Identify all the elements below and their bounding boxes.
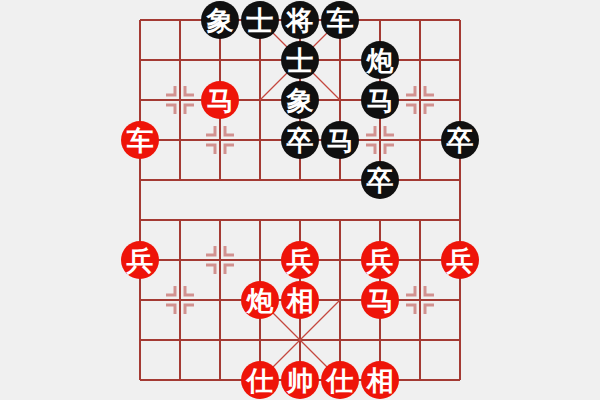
point-marker — [225, 246, 234, 255]
piece-red-horse[interactable]: 马 — [361, 281, 399, 319]
piece-red-soldier[interactable]: 兵 — [281, 241, 319, 279]
piece-black-advisor[interactable]: 士 — [241, 1, 279, 39]
piece-red-soldier[interactable]: 兵 — [121, 241, 159, 279]
point-marker — [385, 126, 394, 135]
piece-black-chariot[interactable]: 车 — [321, 1, 359, 39]
point-marker — [185, 105, 194, 114]
piece-black-horse[interactable]: 马 — [361, 81, 399, 119]
piece-red-advisor[interactable]: 仕 — [241, 361, 279, 399]
point-marker — [166, 305, 175, 314]
point-marker — [406, 86, 415, 95]
piece-red-chariot[interactable]: 车 — [121, 121, 159, 159]
piece-red-elephant[interactable]: 相 — [361, 361, 399, 399]
piece-red-elephant[interactable]: 相 — [281, 281, 319, 319]
piece-black-soldier[interactable]: 卒 — [281, 121, 319, 159]
point-marker — [406, 105, 415, 114]
point-marker — [206, 145, 215, 154]
piece-black-soldier[interactable]: 卒 — [441, 121, 479, 159]
point-marker — [225, 126, 234, 135]
point-marker — [206, 265, 215, 274]
piece-red-soldier[interactable]: 兵 — [361, 241, 399, 279]
point-marker — [366, 126, 375, 135]
piece-black-soldier[interactable]: 卒 — [361, 161, 399, 199]
point-marker — [225, 145, 234, 154]
point-marker — [425, 86, 434, 95]
piece-black-general[interactable]: 将 — [281, 1, 319, 39]
piece-red-cannon[interactable]: 炮 — [241, 281, 279, 319]
point-marker — [406, 305, 415, 314]
point-marker — [206, 126, 215, 135]
point-marker — [225, 265, 234, 274]
piece-black-advisor[interactable]: 士 — [281, 41, 319, 79]
piece-red-horse[interactable]: 马 — [201, 81, 239, 119]
point-marker — [425, 286, 434, 295]
point-marker — [366, 145, 375, 154]
point-marker — [425, 305, 434, 314]
point-marker — [385, 145, 394, 154]
point-marker — [425, 105, 434, 114]
piece-red-soldier[interactable]: 兵 — [441, 241, 479, 279]
piece-black-horse[interactable]: 马 — [321, 121, 359, 159]
point-marker — [166, 286, 175, 295]
piece-black-cannon[interactable]: 炮 — [361, 41, 399, 79]
point-marker — [206, 246, 215, 255]
point-marker — [406, 286, 415, 295]
point-marker — [185, 86, 194, 95]
point-marker — [185, 286, 194, 295]
point-marker — [185, 305, 194, 314]
piece-black-elephant[interactable]: 象 — [201, 1, 239, 39]
piece-black-elephant[interactable]: 象 — [281, 81, 319, 119]
piece-red-advisor[interactable]: 仕 — [321, 361, 359, 399]
point-marker — [166, 86, 175, 95]
piece-red-general[interactable]: 帅 — [281, 361, 319, 399]
xiangqi-board[interactable]: 象士将车士炮马象马车卒马卒卒兵兵兵兵炮相马仕帅仕相 — [140, 20, 460, 380]
point-marker — [166, 105, 175, 114]
